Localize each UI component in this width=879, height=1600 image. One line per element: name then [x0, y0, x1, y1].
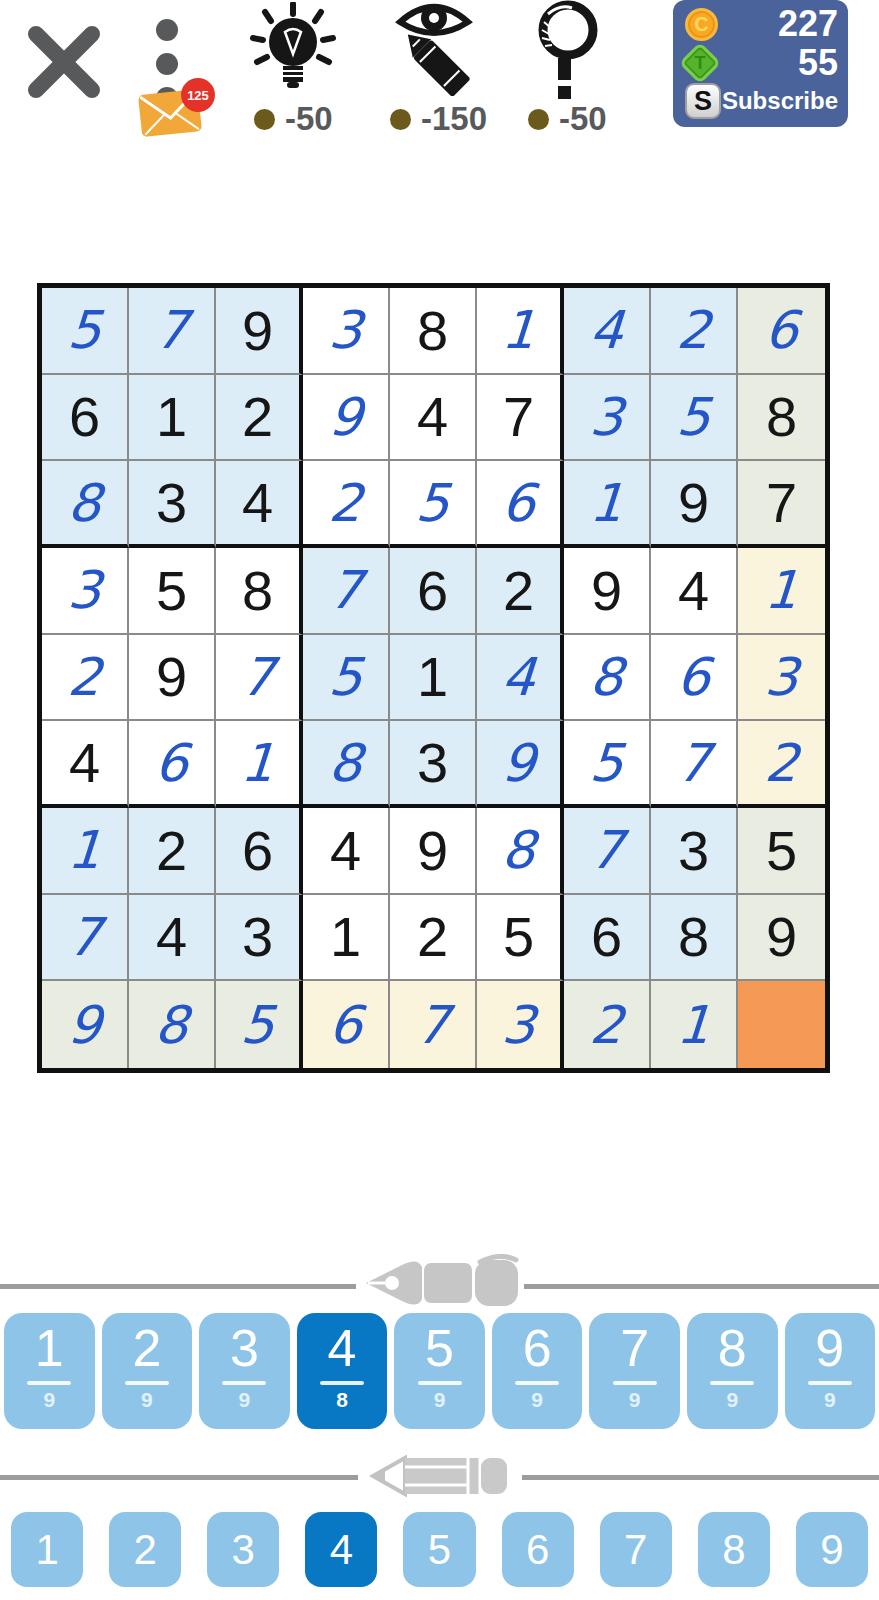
num-button-count: 9 — [531, 1388, 543, 1412]
fraction-bar — [125, 1381, 169, 1385]
user-digit: 6 — [327, 995, 364, 1055]
given-digit: 9 — [766, 904, 797, 969]
pencil-num-button-9[interactable]: 9 — [796, 1512, 868, 1587]
hint-check-cost: -150 — [390, 100, 487, 138]
pencil-mode-indicator — [358, 1446, 522, 1506]
token-balance: 55 — [798, 42, 838, 84]
cell-r1c4[interactable]: 3 — [303, 288, 390, 375]
cell-r6c2[interactable]: 6 — [129, 721, 216, 808]
user-digit: 8 — [588, 647, 625, 707]
given-digit: 6 — [69, 384, 100, 449]
cell-r7c1[interactable]: 1 — [42, 808, 129, 895]
hint-search-button[interactable] — [520, 0, 610, 104]
given-digit: 6 — [591, 904, 622, 969]
cell-r1c2[interactable]: 7 — [129, 288, 216, 375]
small-numpad: 123456789 — [11, 1512, 868, 1587]
user-digit: 6 — [675, 647, 712, 707]
user-digit: 5 — [239, 995, 276, 1055]
cell-r8c7[interactable]: 6 — [564, 895, 651, 982]
user-digit: 7 — [675, 733, 712, 793]
given-digit: 5 — [503, 904, 534, 969]
cell-r8c5[interactable]: 2 — [390, 895, 477, 982]
num-button-count: 9 — [824, 1388, 836, 1412]
given-digit: 8 — [417, 298, 448, 363]
user-digit: 8 — [327, 733, 364, 793]
given-digit: 4 — [330, 818, 361, 883]
given-digit: 8 — [766, 384, 797, 449]
user-digit: 3 — [327, 300, 364, 360]
pencil-num-button-8[interactable]: 8 — [698, 1512, 770, 1587]
cell-r2c4[interactable]: 9 — [303, 375, 390, 462]
cell-r2c3[interactable]: 2 — [216, 375, 303, 462]
pen-mode-indicator — [356, 1250, 524, 1316]
num-button-count: 9 — [141, 1388, 153, 1412]
close-button[interactable] — [24, 22, 104, 106]
cell-r5c4[interactable]: 5 — [303, 635, 390, 722]
num-button-1[interactable]: 19 — [4, 1313, 95, 1429]
given-digit: 1 — [156, 384, 187, 449]
num-button-count: 8 — [336, 1388, 348, 1412]
given-digit: 9 — [678, 470, 709, 535]
user-digit: 8 — [500, 820, 537, 880]
user-digit: 3 — [588, 387, 625, 447]
given-digit: 5 — [766, 818, 797, 883]
coin-dot-icon — [528, 109, 549, 130]
cell-r1c3[interactable]: 9 — [216, 288, 303, 375]
big-numpad: 192939485969798999 — [4, 1313, 875, 1429]
given-digit: 4 — [69, 730, 100, 795]
cell-r3c6[interactable]: 6 — [477, 461, 564, 548]
cell-r8c2[interactable]: 4 — [129, 895, 216, 982]
given-digit: 4 — [156, 904, 187, 969]
coin-icon: C — [685, 8, 718, 41]
user-digit: 3 — [763, 647, 800, 707]
user-digit: 5 — [675, 387, 712, 447]
cell-r7c3[interactable]: 6 — [216, 808, 303, 895]
user-digit: 7 — [327, 560, 364, 620]
given-digit: 2 — [503, 558, 534, 623]
cell-r4c3[interactable]: 8 — [216, 548, 303, 635]
pencil-num-button-6[interactable]: 6 — [502, 1512, 574, 1587]
pencil-num-button-3[interactable]: 3 — [207, 1512, 279, 1587]
eye-pencil-icon — [386, 0, 482, 96]
user-digit: 7 — [153, 300, 190, 360]
user-digit: 5 — [327, 647, 364, 707]
hint-check-button[interactable] — [386, 0, 482, 100]
given-digit: 6 — [242, 818, 273, 883]
given-digit: 2 — [417, 904, 448, 969]
cell-r6c8[interactable]: 7 — [651, 721, 738, 808]
pencil-icon — [365, 1450, 515, 1502]
cell-r5c7[interactable]: 8 — [564, 635, 651, 722]
user-digit: 7 — [588, 820, 625, 880]
user-digit: 1 — [66, 820, 103, 880]
fraction-bar — [515, 1381, 559, 1385]
cell-r4c8[interactable]: 4 — [651, 548, 738, 635]
user-digit: 7 — [66, 907, 103, 967]
user-digit: 1 — [239, 733, 276, 793]
given-digit: 5 — [156, 558, 187, 623]
user-digit: 8 — [153, 995, 190, 1055]
num-button-digit: 8 — [718, 1319, 747, 1377]
user-digit: 3 — [500, 995, 537, 1055]
num-button-3[interactable]: 39 — [199, 1313, 290, 1429]
cell-r5c9[interactable]: 3 — [738, 635, 825, 722]
pencil-num-button-2[interactable]: 2 — [109, 1512, 181, 1587]
user-digit: 5 — [414, 473, 451, 533]
user-digit: 1 — [500, 300, 537, 360]
num-button-digit: 2 — [132, 1319, 161, 1377]
token-icon: T — [679, 41, 721, 83]
cell-r2c1[interactable]: 6 — [42, 375, 129, 462]
subscribe-label: Subscribe — [722, 87, 838, 115]
given-digit: 9 — [417, 818, 448, 883]
num-button-digit: 3 — [230, 1319, 259, 1377]
close-icon — [24, 22, 104, 102]
user-digit: 1 — [588, 473, 625, 533]
cell-r8c6[interactable]: 5 — [477, 895, 564, 982]
user-digit: 2 — [66, 647, 103, 707]
num-button-7[interactable]: 79 — [589, 1313, 680, 1429]
given-digit: 3 — [417, 730, 448, 795]
user-digit: 4 — [588, 300, 625, 360]
user-digit: 3 — [66, 560, 103, 620]
coin-dot-icon — [254, 109, 275, 130]
cell-r7c5[interactable]: 9 — [390, 808, 477, 895]
num-button-2[interactable]: 29 — [102, 1313, 193, 1429]
user-digit: 2 — [588, 995, 625, 1055]
cell-r3c4[interactable]: 2 — [303, 461, 390, 548]
cell-r6c6[interactable]: 9 — [477, 721, 564, 808]
cell-r1c9[interactable]: 6 — [738, 288, 825, 375]
cell-r7c8[interactable]: 3 — [651, 808, 738, 895]
given-digit: 1 — [330, 904, 361, 969]
cell-r5c1[interactable]: 2 — [42, 635, 129, 722]
cell-r3c2[interactable]: 3 — [129, 461, 216, 548]
given-digit: 9 — [156, 644, 187, 709]
wallet-panel: C 227 T 55 S Subscribe — [673, 0, 848, 127]
cell-r3c5[interactable]: 5 — [390, 461, 477, 548]
cell-r7c9[interactable]: 5 — [738, 808, 825, 895]
cell-r6c7[interactable]: 5 — [564, 721, 651, 808]
cell-r6c3[interactable]: 1 — [216, 721, 303, 808]
cell-r6c4[interactable]: 8 — [303, 721, 390, 808]
magnifier-question-icon — [520, 0, 610, 100]
given-digit: 6 — [417, 558, 448, 623]
cell-r1c6[interactable]: 1 — [477, 288, 564, 375]
user-digit: 2 — [675, 300, 712, 360]
cell-r2c6[interactable]: 7 — [477, 375, 564, 462]
hint-bulb-cost: -50 — [254, 100, 333, 138]
user-digit: 1 — [763, 560, 800, 620]
user-digit: 9 — [500, 733, 537, 793]
user-digit: 4 — [500, 647, 537, 707]
fraction-bar — [418, 1381, 462, 1385]
num-button-digit: 7 — [620, 1319, 649, 1377]
lightbulb-icon — [247, 2, 339, 96]
cell-r4c5[interactable]: 6 — [390, 548, 477, 635]
cell-r2c7[interactable]: 3 — [564, 375, 651, 462]
cell-r5c8[interactable]: 6 — [651, 635, 738, 722]
hint-search-cost: -50 — [528, 100, 607, 138]
num-button-count: 9 — [726, 1388, 738, 1412]
cell-r9c7[interactable]: 2 — [564, 981, 651, 1068]
cell-r8c4[interactable]: 1 — [303, 895, 390, 982]
user-digit: 5 — [588, 733, 625, 793]
num-button-digit: 6 — [523, 1319, 552, 1377]
user-digit: 2 — [327, 473, 364, 533]
cell-r3c9[interactable]: 7 — [738, 461, 825, 548]
given-digit: 9 — [591, 558, 622, 623]
num-button-8[interactable]: 89 — [687, 1313, 778, 1429]
num-button-4[interactable]: 48 — [297, 1313, 388, 1429]
cell-r5c5[interactable]: 1 — [390, 635, 477, 722]
cell-r9c8[interactable]: 1 — [651, 981, 738, 1068]
coin-dot-icon — [390, 109, 411, 130]
pencil-num-button-5[interactable]: 5 — [403, 1512, 475, 1587]
given-digit: 9 — [242, 298, 273, 363]
num-button-count: 9 — [43, 1388, 55, 1412]
user-digit: 9 — [66, 995, 103, 1055]
num-button-digit: 1 — [35, 1319, 64, 1377]
cell-r7c7[interactable]: 7 — [564, 808, 651, 895]
fraction-bar — [222, 1381, 266, 1385]
fraction-bar — [808, 1381, 852, 1385]
num-button-count: 9 — [434, 1388, 446, 1412]
cell-r1c7[interactable]: 4 — [564, 288, 651, 375]
given-digit: 7 — [766, 470, 797, 535]
user-digit: 8 — [66, 473, 103, 533]
token-balance-row: T 55 — [685, 45, 838, 81]
num-button-count: 9 — [629, 1388, 641, 1412]
num-button-digit: 5 — [425, 1319, 454, 1377]
given-digit: 8 — [678, 904, 709, 969]
cell-r4c6[interactable]: 2 — [477, 548, 564, 635]
given-digit: 3 — [156, 470, 187, 535]
num-button-5[interactable]: 59 — [394, 1313, 485, 1429]
cell-r8c8[interactable]: 8 — [651, 895, 738, 982]
cell-r4c1[interactable]: 3 — [42, 548, 129, 635]
user-digit: 2 — [763, 733, 800, 793]
coin-balance: 227 — [778, 3, 838, 45]
cell-r3c3[interactable]: 4 — [216, 461, 303, 548]
given-digit: 2 — [156, 818, 187, 883]
user-digit: 7 — [414, 995, 451, 1055]
user-digit: 6 — [763, 300, 800, 360]
cell-r7c6[interactable]: 8 — [477, 808, 564, 895]
cell-r1c8[interactable]: 2 — [651, 288, 738, 375]
num-button-digit: 9 — [815, 1319, 844, 1377]
given-digit: 3 — [242, 904, 273, 969]
user-digit: 7 — [239, 647, 276, 707]
cell-r1c5[interactable]: 8 — [390, 288, 477, 375]
cell-r7c4[interactable]: 4 — [303, 808, 390, 895]
given-digit: 7 — [503, 384, 534, 449]
cell-r3c1[interactable]: 8 — [42, 461, 129, 548]
cell-r3c7[interactable]: 1 — [564, 461, 651, 548]
pencil-num-button-1[interactable]: 1 — [11, 1512, 83, 1587]
cell-r9c9[interactable] — [738, 981, 825, 1068]
top-toolbar: 125 -50 — [0, 0, 879, 140]
cell-r6c5[interactable]: 3 — [390, 721, 477, 808]
cell-r8c9[interactable]: 9 — [738, 895, 825, 982]
cell-r5c6[interactable]: 4 — [477, 635, 564, 722]
sudoku-board: 5793814266129473588342561973587629412975… — [37, 283, 830, 1073]
cell-r4c2[interactable]: 5 — [129, 548, 216, 635]
coin-balance-row: C 227 — [685, 6, 838, 42]
messages-badge: 125 — [181, 78, 215, 112]
given-digit: 3 — [678, 818, 709, 883]
user-digit: 9 — [327, 387, 364, 447]
cell-r1c1[interactable]: 5 — [42, 288, 129, 375]
subscribe-button[interactable]: S Subscribe — [685, 83, 838, 119]
cell-r4c9[interactable]: 1 — [738, 548, 825, 635]
given-digit: 4 — [417, 384, 448, 449]
user-digit: 6 — [153, 733, 190, 793]
messages-button[interactable]: 125 — [138, 88, 204, 142]
cell-r8c1[interactable]: 7 — [42, 895, 129, 982]
cell-r2c2[interactable]: 1 — [129, 375, 216, 462]
subscribe-icon: S — [685, 83, 721, 119]
cell-r4c4[interactable]: 7 — [303, 548, 390, 635]
cell-r9c1[interactable]: 9 — [42, 981, 129, 1068]
num-button-9[interactable]: 99 — [785, 1313, 876, 1429]
cell-r9c5[interactable]: 7 — [390, 981, 477, 1068]
cell-r9c2[interactable]: 8 — [129, 981, 216, 1068]
cell-r9c3[interactable]: 5 — [216, 981, 303, 1068]
fraction-bar — [710, 1381, 754, 1385]
cell-r6c9[interactable]: 2 — [738, 721, 825, 808]
given-digit: 4 — [678, 558, 709, 623]
cell-r5c3[interactable]: 7 — [216, 635, 303, 722]
cell-r3c8[interactable]: 9 — [651, 461, 738, 548]
cell-r5c2[interactable]: 9 — [129, 635, 216, 722]
cell-r4c7[interactable]: 9 — [564, 548, 651, 635]
num-button-count: 9 — [239, 1388, 251, 1412]
given-digit: 1 — [417, 644, 448, 709]
given-digit: 4 — [242, 470, 273, 535]
given-digit: 8 — [242, 558, 273, 623]
cell-r9c4[interactable]: 6 — [303, 981, 390, 1068]
hint-bulb-button[interactable] — [247, 2, 339, 100]
num-button-6[interactable]: 69 — [492, 1313, 583, 1429]
cell-r9c6[interactable]: 3 — [477, 981, 564, 1068]
pencil-num-button-4[interactable]: 4 — [305, 1512, 377, 1587]
cell-r8c3[interactable]: 3 — [216, 895, 303, 982]
user-digit: 5 — [66, 300, 103, 360]
cell-r6c1[interactable]: 4 — [42, 721, 129, 808]
fraction-bar — [320, 1381, 364, 1385]
cell-r7c2[interactable]: 2 — [129, 808, 216, 895]
fraction-bar — [27, 1381, 71, 1385]
pencil-num-button-7[interactable]: 7 — [600, 1512, 672, 1587]
fountain-pen-icon — [360, 1254, 520, 1312]
given-digit: 2 — [242, 384, 273, 449]
cell-r2c5[interactable]: 4 — [390, 375, 477, 462]
user-digit: 6 — [500, 473, 537, 533]
fraction-bar — [613, 1381, 657, 1385]
cell-r2c8[interactable]: 5 — [651, 375, 738, 462]
num-button-digit: 4 — [328, 1319, 357, 1377]
cell-r2c9[interactable]: 8 — [738, 375, 825, 462]
user-digit: 1 — [675, 995, 712, 1055]
